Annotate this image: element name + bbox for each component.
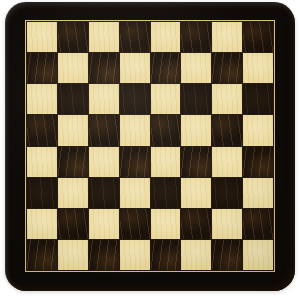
square-e3 [151,178,181,208]
square-h6 [243,84,273,114]
square-h2 [243,209,273,239]
square-d5 [120,115,150,145]
chess-board-frame [5,2,295,291]
square-d1 [120,240,150,270]
square-g4 [212,147,242,177]
square-c2 [89,209,119,239]
square-b5 [58,115,88,145]
square-d7 [120,53,150,83]
playing-field-grid [27,22,273,270]
square-f3 [181,178,211,208]
square-d3 [120,178,150,208]
square-c7 [89,53,119,83]
square-e1 [151,240,181,270]
square-a5 [27,115,57,145]
square-c3 [89,178,119,208]
square-b6 [58,84,88,114]
square-f4 [181,147,211,177]
square-b4 [58,147,88,177]
square-a8 [27,22,57,52]
square-c4 [89,147,119,177]
square-f1 [181,240,211,270]
square-a4 [27,147,57,177]
square-a7 [27,53,57,83]
square-h3 [243,178,273,208]
square-e8 [151,22,181,52]
square-e5 [151,115,181,145]
square-h7 [243,53,273,83]
square-g2 [212,209,242,239]
square-d2 [120,209,150,239]
square-a2 [27,209,57,239]
square-g7 [212,53,242,83]
square-h1 [243,240,273,270]
square-g6 [212,84,242,114]
square-b2 [58,209,88,239]
square-c1 [89,240,119,270]
maple-stringing-border [25,20,275,272]
square-h4 [243,147,273,177]
square-f8 [181,22,211,52]
square-e6 [151,84,181,114]
square-h8 [243,22,273,52]
square-b3 [58,178,88,208]
square-g3 [212,178,242,208]
square-c6 [89,84,119,114]
square-d8 [120,22,150,52]
square-f7 [181,53,211,83]
square-a3 [27,178,57,208]
square-e2 [151,209,181,239]
square-g5 [212,115,242,145]
square-b1 [58,240,88,270]
square-h5 [243,115,273,145]
square-d6 [120,84,150,114]
square-d4 [120,147,150,177]
square-b8 [58,22,88,52]
photo-background [0,0,300,298]
square-c5 [89,115,119,145]
square-a1 [27,240,57,270]
square-b7 [58,53,88,83]
square-g8 [212,22,242,52]
square-c8 [89,22,119,52]
square-f2 [181,209,211,239]
square-g1 [212,240,242,270]
square-a6 [27,84,57,114]
square-e4 [151,147,181,177]
square-f5 [181,115,211,145]
square-f6 [181,84,211,114]
square-e7 [151,53,181,83]
